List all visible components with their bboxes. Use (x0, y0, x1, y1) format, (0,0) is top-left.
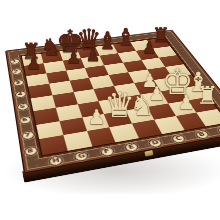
file-label-D: D (147, 137, 164, 147)
file-label-G: G (74, 150, 90, 161)
rank-label-5: 5 (16, 103, 29, 112)
file-label-B: B (193, 129, 210, 139)
file-label-F: F (99, 146, 115, 157)
rank-label-7: 7 (20, 130, 34, 140)
file-label-E: E (123, 142, 139, 153)
file-label-A: A (216, 125, 220, 135)
rank-label-6: 6 (18, 116, 32, 125)
chess-set-photo: 12345678HGFEDCBA ♜♝♝♛♟♚♞♜♟♟♟♟♝♚♟♜♟♞♛♟ (0, 0, 220, 220)
file-label-H: H (48, 155, 64, 166)
board-scene: 12345678HGFEDCBA (14, 0, 214, 186)
rank-label-3: 3 (12, 79, 24, 86)
squares (21, 37, 220, 156)
rank-label-4: 4 (14, 90, 27, 98)
rank-label-8: 8 (23, 146, 38, 157)
rank-label-1: 1 (9, 59, 20, 65)
rank-label-2: 2 (10, 68, 22, 75)
file-label-C: C (170, 133, 187, 143)
chess-board: 12345678HGFEDCBA (5, 30, 220, 174)
